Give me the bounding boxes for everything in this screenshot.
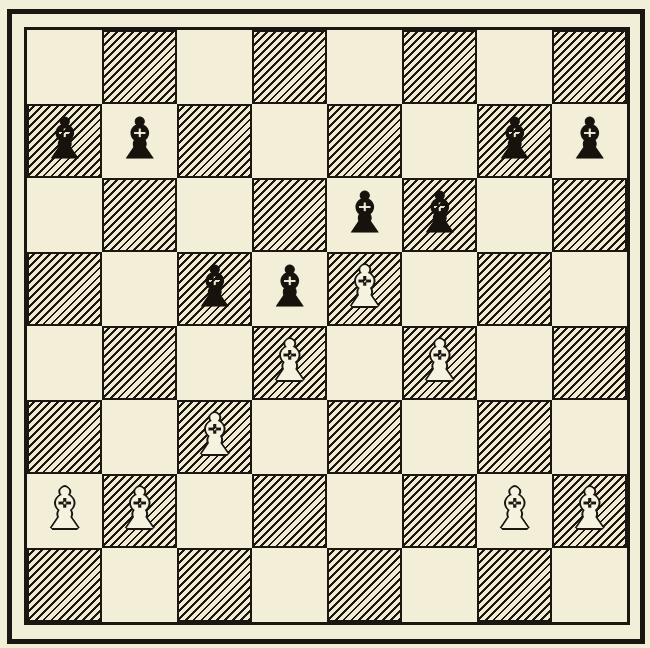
square-e3 — [327, 400, 402, 474]
square-c5: ♝ — [177, 252, 252, 326]
square-h2: ♝ — [552, 474, 627, 548]
square-a3 — [27, 400, 102, 474]
square-g1 — [477, 548, 552, 622]
white-bishop-h2: ♝ — [564, 481, 614, 537]
square-f8 — [402, 30, 477, 104]
square-f2 — [402, 474, 477, 548]
black-bishop-f6: ♝ — [414, 185, 464, 241]
black-bishop-h7: ♝ — [564, 111, 614, 167]
square-c1 — [177, 548, 252, 622]
square-a1 — [27, 548, 102, 622]
square-f6: ♝ — [402, 178, 477, 252]
square-g6 — [477, 178, 552, 252]
square-g2: ♝ — [477, 474, 552, 548]
square-c2 — [177, 474, 252, 548]
square-b8 — [102, 30, 177, 104]
square-d7 — [252, 104, 327, 178]
black-bishop-b7: ♝ — [114, 111, 164, 167]
square-c6 — [177, 178, 252, 252]
black-bishop-e6: ♝ — [339, 185, 389, 241]
square-d4: ♝ — [252, 326, 327, 400]
square-b4 — [102, 326, 177, 400]
square-h3 — [552, 400, 627, 474]
square-d1 — [252, 548, 327, 622]
square-h7: ♝ — [552, 104, 627, 178]
square-d6 — [252, 178, 327, 252]
square-e1 — [327, 548, 402, 622]
square-g8 — [477, 30, 552, 104]
square-d3 — [252, 400, 327, 474]
square-f1 — [402, 548, 477, 622]
square-a7: ♝ — [27, 104, 102, 178]
square-a6 — [27, 178, 102, 252]
black-bishop-g7: ♝ — [489, 111, 539, 167]
square-h6 — [552, 178, 627, 252]
square-f7 — [402, 104, 477, 178]
square-b7: ♝ — [102, 104, 177, 178]
square-e5: ♝ — [327, 252, 402, 326]
black-bishop-d5: ♝ — [264, 259, 314, 315]
black-bishop-c5: ♝ — [189, 259, 239, 315]
square-f4: ♝ — [402, 326, 477, 400]
square-a8 — [27, 30, 102, 104]
chess-board: ♝♝♝♝♝♝♝♝♝♝♝♝♝♝♝♝ — [24, 27, 630, 625]
square-b3 — [102, 400, 177, 474]
square-d5: ♝ — [252, 252, 327, 326]
square-b5 — [102, 252, 177, 326]
square-g5 — [477, 252, 552, 326]
square-e4 — [327, 326, 402, 400]
white-bishop-a2: ♝ — [39, 481, 89, 537]
white-bishop-f4: ♝ — [414, 333, 464, 389]
square-h5 — [552, 252, 627, 326]
square-h4 — [552, 326, 627, 400]
square-g4 — [477, 326, 552, 400]
square-a5 — [27, 252, 102, 326]
square-g7: ♝ — [477, 104, 552, 178]
white-bishop-g2: ♝ — [489, 481, 539, 537]
square-b6 — [102, 178, 177, 252]
black-bishop-a7: ♝ — [39, 111, 89, 167]
square-e8 — [327, 30, 402, 104]
square-b1 — [102, 548, 177, 622]
square-e7 — [327, 104, 402, 178]
square-c7 — [177, 104, 252, 178]
white-bishop-c3: ♝ — [189, 407, 239, 463]
square-c8 — [177, 30, 252, 104]
square-d8 — [252, 30, 327, 104]
white-bishop-b2: ♝ — [114, 481, 164, 537]
square-g3 — [477, 400, 552, 474]
square-c3: ♝ — [177, 400, 252, 474]
square-e2 — [327, 474, 402, 548]
square-h8 — [552, 30, 627, 104]
square-h1 — [552, 548, 627, 622]
square-d2 — [252, 474, 327, 548]
square-f3 — [402, 400, 477, 474]
book-page: ♝♝♝♝♝♝♝♝♝♝♝♝♝♝♝♝ — [0, 0, 650, 648]
square-a4 — [27, 326, 102, 400]
white-bishop-e5: ♝ — [339, 259, 389, 315]
square-b2: ♝ — [102, 474, 177, 548]
square-f5 — [402, 252, 477, 326]
square-c4 — [177, 326, 252, 400]
square-a2: ♝ — [27, 474, 102, 548]
square-e6: ♝ — [327, 178, 402, 252]
white-bishop-d4: ♝ — [264, 333, 314, 389]
